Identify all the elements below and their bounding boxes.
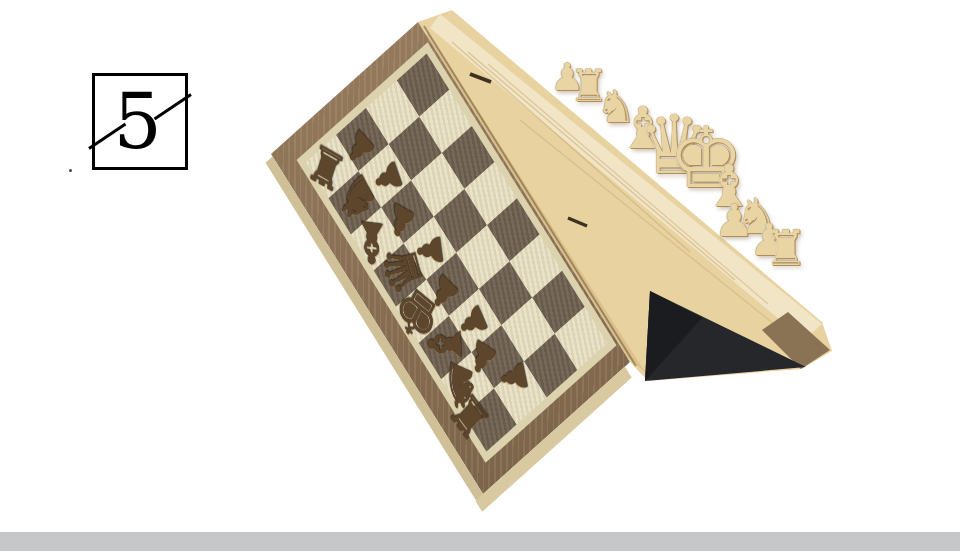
chess-piece-dark-pawn: ♟ bbox=[494, 356, 533, 399]
product-photo-stage: 5 ♜♞♝♛♚♝♞♜♟♟♟♟♟♟♟♟ ♟♜♞♝♛♚♝♟♞♟♜ bbox=[0, 0, 960, 551]
footer-bar bbox=[0, 532, 960, 551]
chess-piece-light-rook: ♜ bbox=[764, 224, 808, 273]
